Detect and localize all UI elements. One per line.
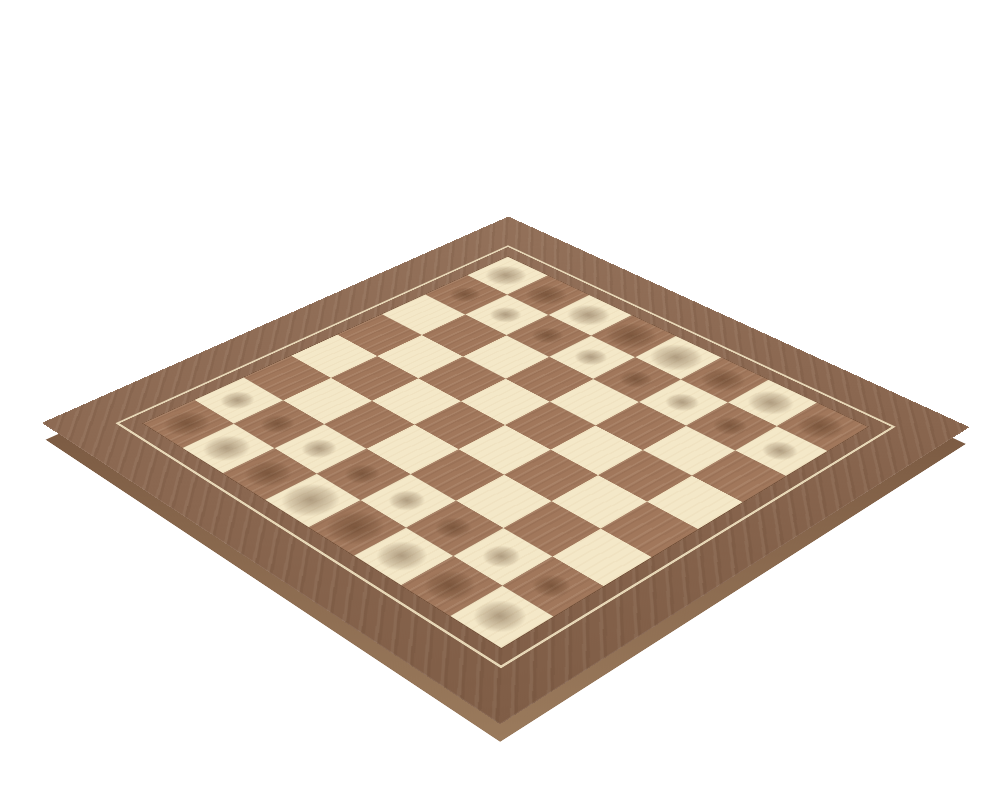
board-frame: ♜♞♝♛♚♝♞♜♟♟♟♟♟♟♟♟♟♟♟♟♟♟♟♟♜♞♝♛♚♝♞♜ xyxy=(42,216,970,724)
board-grid: ♜♞♝♛♚♝♞♜♟♟♟♟♟♟♟♟♟♟♟♟♟♟♟♟♜♞♝♛♚♝♞♜ xyxy=(143,257,867,648)
piece-white-rook[interactable]: ♜ xyxy=(458,473,547,632)
chess-board: ♜♞♝♛♚♝♞♜♟♟♟♟♟♟♟♟♟♟♟♟♟♟♟♟♜♞♝♛♚♝♞♜ xyxy=(42,216,970,724)
chess-set-photo: ♜♞♝♛♚♝♞♜♟♟♟♟♟♟♟♟♟♟♟♟♟♟♟♟♜♞♝♛♚♝♞♜ xyxy=(0,0,1000,800)
piece-black-pawn[interactable]: ♟ xyxy=(750,350,812,462)
